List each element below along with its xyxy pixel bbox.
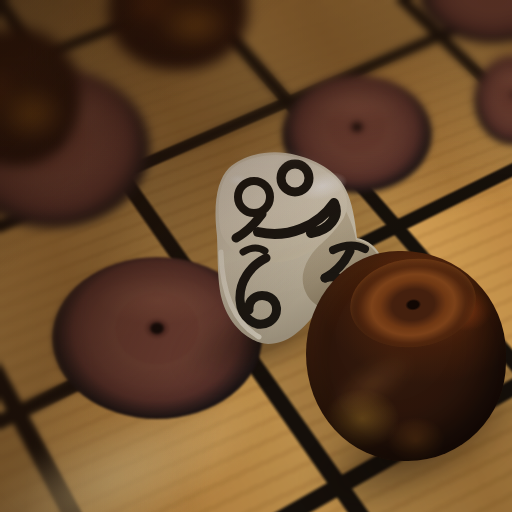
piece-foreground[interactable] [306, 251, 506, 461]
piece-sheen [320, 341, 424, 427]
boardgame-photo [0, 0, 512, 512]
